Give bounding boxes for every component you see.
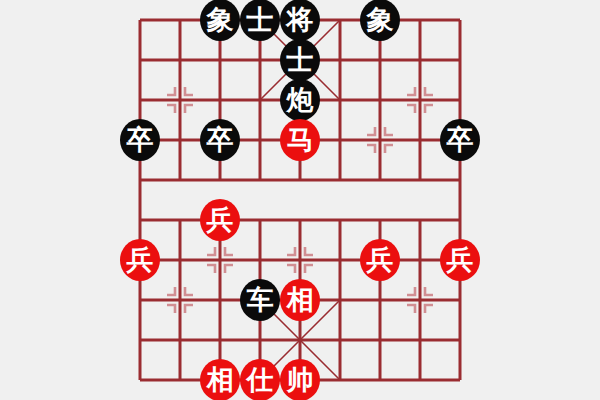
xiangqi-app: 象士将象士炮卒卒马卒兵兵兵兵车相相仕帅 [0, 0, 600, 400]
red-advisor[interactable]: 仕 [240, 359, 280, 400]
black-soldier-a[interactable]: 卒 [120, 119, 160, 161]
black-advisor-left[interactable]: 士 [240, 0, 280, 41]
red-advisor-cell: 仕 [240, 360, 280, 400]
red-king[interactable]: 帅 [280, 359, 320, 400]
black-elephant-left-cell: 象 [200, 0, 240, 40]
black-elephant-right[interactable]: 象 [360, 0, 400, 41]
black-soldier-c[interactable]: 卒 [440, 119, 480, 161]
red-soldier-c[interactable]: 兵 [440, 239, 480, 281]
black-advisor-left-cell: 士 [240, 0, 280, 40]
red-elephant-center[interactable]: 相 [280, 279, 320, 321]
red-soldier-b-cell: 兵 [360, 240, 400, 280]
black-cannon[interactable]: 炮 [280, 79, 320, 121]
board-intersections-grid[interactable]: 象士将象士炮卒卒马卒兵兵兵兵车相相仕帅 [120, 0, 480, 400]
red-soldier-advanced-cell: 兵 [200, 200, 240, 240]
black-soldier-c-cell: 卒 [440, 120, 480, 160]
red-soldier-advanced[interactable]: 兵 [200, 199, 240, 241]
red-soldier-a[interactable]: 兵 [120, 239, 160, 281]
red-elephant-center-cell: 相 [280, 280, 320, 320]
black-soldier-b-cell: 卒 [200, 120, 240, 160]
black-soldier-b[interactable]: 卒 [200, 119, 240, 161]
red-horse-cell: 马 [280, 120, 320, 160]
black-cannon-cell: 炮 [280, 80, 320, 120]
red-soldier-c-cell: 兵 [440, 240, 480, 280]
black-advisor-center-cell: 士 [280, 40, 320, 80]
black-elephant-right-cell: 象 [360, 0, 400, 40]
red-elephant-left-cell: 相 [200, 360, 240, 400]
black-advisor-center[interactable]: 士 [280, 39, 320, 81]
black-general-cell: 将 [280, 0, 320, 40]
black-elephant-left[interactable]: 象 [200, 0, 240, 41]
red-soldier-a-cell: 兵 [120, 240, 160, 280]
red-soldier-b[interactable]: 兵 [360, 239, 400, 281]
black-chariot-cell: 车 [240, 280, 280, 320]
red-king-cell: 帅 [280, 360, 320, 400]
black-chariot[interactable]: 车 [240, 279, 280, 321]
red-horse[interactable]: 马 [280, 119, 320, 161]
black-soldier-a-cell: 卒 [120, 120, 160, 160]
red-elephant-left[interactable]: 相 [200, 359, 240, 400]
black-general[interactable]: 将 [280, 0, 320, 41]
